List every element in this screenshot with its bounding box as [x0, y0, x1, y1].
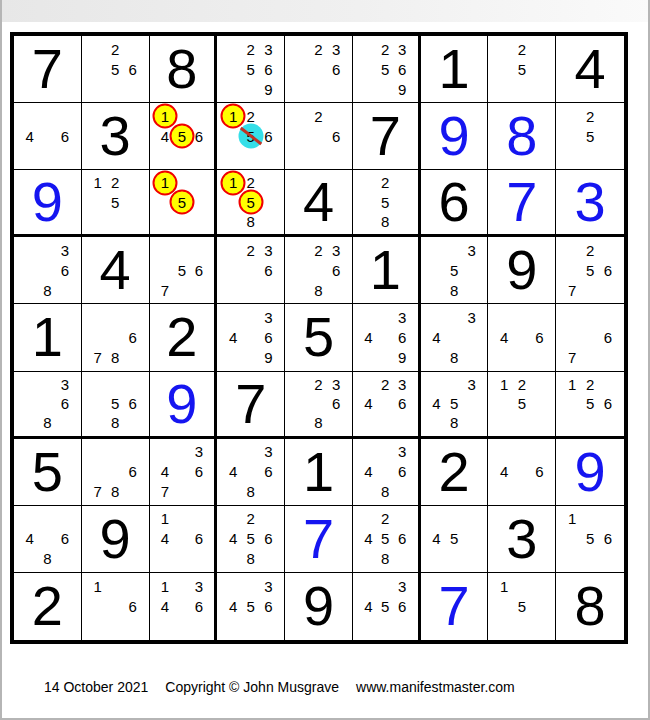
candidate-slot-2: [242, 576, 260, 596]
candidate-slot-3: [599, 240, 617, 260]
candidate-digit: 6: [398, 531, 406, 546]
candidate-slot-6: 6: [190, 529, 207, 549]
cell-r2c3[interactable]: 1456: [150, 103, 218, 170]
given-value: 2: [438, 444, 469, 500]
candidate-digit: 6: [195, 599, 203, 614]
candidate-slot-5: 5: [377, 529, 394, 549]
candidate-slot-1: [428, 307, 446, 327]
candidate-slot-8: [581, 146, 599, 166]
candidate-slot-7: [157, 212, 174, 231]
candidate-slot-9: [260, 212, 278, 231]
candidate-digit: 3: [264, 42, 272, 57]
candidate-digit: 6: [61, 531, 69, 546]
candidate-digit: 4: [26, 531, 34, 546]
candidate-digit: 7: [93, 484, 101, 499]
solved-value: 9: [166, 376, 197, 432]
candidate-digit: 4: [229, 330, 237, 345]
pencil-marks: 236: [217, 237, 284, 303]
given-value: 9: [303, 578, 334, 634]
cell-r1c7[interactable]: 1: [421, 36, 489, 103]
candidate-slot-8: [513, 348, 531, 368]
cell-r1c3[interactable]: 8: [150, 36, 218, 103]
cell-r2c4[interactable]: 1256: [217, 103, 285, 170]
candidate-slot-3: [599, 375, 617, 394]
candidate-digit: 3: [467, 377, 475, 392]
candidate-slot-4: [563, 327, 581, 347]
cell-r5c1[interactable]: 1: [14, 304, 82, 371]
candidate-digit: 4: [432, 396, 440, 411]
candidate-slot-7: [224, 348, 242, 368]
pencil-marks: 3456: [353, 573, 418, 640]
candidate-slot-1: [360, 576, 377, 596]
candidate-digit: 5: [381, 599, 389, 614]
candidate-slot-8: 8: [242, 549, 260, 569]
candidate-slot-2: [39, 509, 57, 529]
candidate-digit: 5: [586, 129, 594, 144]
candidate-slot-9: [394, 617, 411, 637]
candidate-slot-3: 3: [463, 240, 481, 260]
cell-r9c4[interactable]: 3456: [217, 573, 285, 640]
given-value: 7: [235, 376, 266, 432]
candidate-slot-2: 2: [242, 240, 260, 260]
candidate-digit: 4: [161, 464, 169, 479]
cell-r8c7[interactable]: 45: [421, 506, 489, 573]
cell-r9c5[interactable]: 9: [285, 573, 353, 640]
candidate-digit: 2: [247, 511, 255, 526]
cell-r4c4[interactable]: 236: [217, 237, 285, 304]
candidate-slot-9: [124, 212, 142, 231]
solved-value: 8: [506, 108, 537, 164]
candidate-slot-1: [292, 375, 310, 394]
cell-r2c5[interactable]: 26: [285, 103, 353, 170]
candidate-slot-9: 9: [394, 79, 411, 99]
cell-r9c2[interactable]: 16: [82, 573, 150, 640]
candidate-slot-4: 4: [21, 126, 39, 146]
candidate-slot-5: 5: [173, 193, 190, 212]
cell-r5c5[interactable]: 5: [285, 304, 353, 371]
candidate-slot-7: [495, 413, 513, 432]
cell-r4c1[interactable]: 368: [14, 237, 82, 304]
candidate-slot-4: [89, 462, 107, 482]
cell-r1c1[interactable]: 7: [14, 36, 82, 103]
candidate-digit: 5: [586, 531, 594, 546]
candidate-digit: 5: [518, 62, 526, 77]
candidate-digit: 4: [26, 129, 34, 144]
candidate-slot-2: [513, 442, 531, 462]
candidate-slot-3: 3: [260, 240, 278, 260]
candidate-slot-4: [157, 260, 174, 280]
candidate-slot-5: [173, 529, 190, 549]
candidate-slot-6: 6: [599, 394, 617, 413]
candidate-slot-7: [495, 348, 513, 368]
given-value: 6: [438, 174, 469, 230]
candidate-slot-8: [242, 280, 260, 300]
pencil-marks: 3458: [421, 372, 488, 436]
candidate-slot-3: 3: [260, 307, 278, 327]
given-value: 5: [303, 309, 334, 365]
candidate-digit: 6: [604, 263, 612, 278]
candidate-digit: 4: [161, 129, 169, 144]
candidate-slot-4: 4: [157, 529, 174, 549]
candidate-digit: 5: [381, 195, 389, 210]
candidate-slot-6: 6: [260, 529, 278, 549]
candidate-digit: 9: [398, 350, 406, 365]
candidate-digit: 1: [161, 175, 169, 190]
candidate-digit: 6: [61, 263, 69, 278]
cell-r5c3[interactable]: 2: [150, 304, 218, 371]
candidate-slot-4: [495, 59, 513, 79]
candidate-digit: 4: [500, 330, 508, 345]
candidate-slot-3: [599, 509, 617, 529]
cell-r5c7[interactable]: 348: [421, 304, 489, 371]
cell-r1c9[interactable]: 4: [556, 36, 624, 103]
cell-r8c1[interactable]: 468: [14, 506, 82, 573]
candidate-slot-4: [563, 529, 581, 549]
candidate-digit: 5: [586, 263, 594, 278]
candidate-slot-6: [463, 327, 481, 347]
candidate-slot-6: 6: [531, 327, 549, 347]
candidate-slot-8: [445, 549, 463, 569]
candidate-slot-5: [310, 394, 328, 413]
candidate-slot-7: [495, 79, 513, 99]
candidate-slot-6: [124, 193, 142, 212]
candidate-slot-2: [39, 240, 57, 260]
candidate-slot-6: 6: [260, 260, 278, 280]
candidate-slot-2: [106, 442, 124, 462]
candidate-slot-9: [394, 482, 411, 502]
cell-r6c3[interactable]: 9: [150, 372, 218, 439]
cell-r3c8[interactable]: 7: [488, 170, 556, 237]
pencil-marks: 2368: [285, 372, 352, 436]
candidate-slot-7: [224, 482, 242, 502]
cell-r3c4[interactable]: 1258: [217, 170, 285, 237]
candidate-slot-9: [124, 79, 142, 99]
candidate-slot-1: [428, 375, 446, 394]
pencil-marks: 1256: [217, 103, 284, 169]
given-value: 1: [32, 309, 63, 365]
candidate-slot-8: [513, 413, 531, 432]
cell-r6c6[interactable]: 2346: [353, 372, 421, 439]
candidate-slot-2: 2: [106, 173, 124, 192]
candidate-digit: 3: [467, 310, 475, 325]
cell-r7c8[interactable]: 46: [488, 439, 556, 506]
candidate-slot-9: [260, 549, 278, 569]
candidate-digit: 5: [247, 195, 255, 210]
candidate-slot-3: [531, 442, 549, 462]
candidate-slot-1: [428, 509, 446, 529]
candidate-digit: 4: [229, 464, 237, 479]
candidate-slot-8: [106, 617, 124, 637]
cell-r8c6[interactable]: 24568: [353, 506, 421, 573]
cell-r3c7[interactable]: 6: [421, 170, 489, 237]
candidate-slot-6: 6: [327, 59, 345, 79]
cell-r9c8[interactable]: 15: [488, 573, 556, 640]
pencil-marks: 567: [150, 237, 215, 303]
cell-r5c4[interactable]: 3469: [217, 304, 285, 371]
candidate-slot-8: [173, 212, 190, 231]
cell-r5c9[interactable]: 67: [556, 304, 624, 371]
cell-r1c4[interactable]: 23569: [217, 36, 285, 103]
candidate-slot-1: 1: [563, 375, 581, 394]
candidate-slot-8: [310, 146, 328, 166]
cell-r1c8[interactable]: 25: [488, 36, 556, 103]
cell-r6c9[interactable]: 1256: [556, 372, 624, 439]
candidate-slot-2: [242, 442, 260, 462]
cell-r9c3[interactable]: 1346: [150, 573, 218, 640]
candidate-slot-4: 4: [360, 327, 377, 347]
candidate-digit: 6: [129, 62, 137, 77]
candidate-slot-3: [531, 576, 549, 596]
candidate-slot-9: [394, 413, 411, 432]
cell-r7c5[interactable]: 1: [285, 439, 353, 506]
candidate-slot-7: [360, 348, 377, 368]
cell-r4c6[interactable]: 1: [353, 237, 421, 304]
cell-r4c2[interactable]: 4: [82, 237, 150, 304]
solved-value: 7: [438, 578, 469, 634]
cell-r7c7[interactable]: 2: [421, 439, 489, 506]
cell-r9c7[interactable]: 7: [421, 573, 489, 640]
pencil-marks: 26: [285, 103, 352, 169]
candidate-digit: 4: [432, 531, 440, 546]
candidate-slot-2: [39, 106, 57, 126]
cell-r9c1[interactable]: 2: [14, 573, 82, 640]
cell-r2c8[interactable]: 8: [488, 103, 556, 170]
candidate-slot-2: 2: [310, 375, 328, 394]
candidate-slot-9: [463, 413, 481, 432]
candidate-slot-3: [124, 442, 142, 462]
given-value: 4: [575, 41, 606, 97]
candidate-digit: 2: [111, 175, 119, 190]
cell-r3c1[interactable]: 9: [14, 170, 82, 237]
candidate-slot-5: 5: [445, 260, 463, 280]
pencil-marks: 3469: [217, 304, 284, 370]
candidate-slot-6: 6: [124, 462, 142, 482]
candidate-digit: 3: [195, 444, 203, 459]
candidate-digit: 4: [432, 330, 440, 345]
cell-r8c2[interactable]: 9: [82, 506, 150, 573]
candidate-slot-6: 6: [190, 596, 207, 616]
given-value: 8: [575, 578, 606, 634]
cell-r5c6[interactable]: 3469: [353, 304, 421, 371]
pencil-marks: 358: [421, 237, 488, 303]
pencil-marks: 678: [82, 439, 149, 505]
cell-r1c6[interactable]: 23569: [353, 36, 421, 103]
cell-r2c1[interactable]: 46: [14, 103, 82, 170]
candidate-digit: 3: [332, 243, 340, 258]
candidate-digit: 5: [450, 531, 458, 546]
cell-r2c9[interactable]: 25: [556, 103, 624, 170]
candidate-digit: 5: [586, 396, 594, 411]
candidate-digit: 2: [314, 377, 322, 392]
candidate-slot-7: 7: [89, 482, 107, 502]
candidate-slot-7: [428, 549, 446, 569]
candidate-digit: 6: [195, 129, 203, 144]
candidate-digit: 6: [129, 599, 137, 614]
candidate-slot-2: 2: [581, 375, 599, 394]
candidate-slot-8: 8: [310, 413, 328, 432]
cell-r3c2[interactable]: 125: [82, 170, 150, 237]
candidate-digit: 6: [398, 330, 406, 345]
cell-r8c8[interactable]: 3: [488, 506, 556, 573]
cell-r6c7[interactable]: 3458: [421, 372, 489, 439]
candidate-slot-9: [260, 280, 278, 300]
candidate-slot-6: 6: [394, 529, 411, 549]
cell-r4c7[interactable]: 358: [421, 237, 489, 304]
cell-r3c5[interactable]: 4: [285, 170, 353, 237]
cell-r1c5[interactable]: 236: [285, 36, 353, 103]
candidate-digit: 3: [61, 243, 69, 258]
candidate-slot-7: [89, 413, 107, 432]
cell-r2c2[interactable]: 3: [82, 103, 150, 170]
given-value: 1: [370, 242, 401, 298]
candidate-digit: 8: [381, 484, 389, 499]
candidate-slot-1: [224, 442, 242, 462]
candidate-slot-4: [224, 260, 242, 280]
cell-r8c5[interactable]: 7: [285, 506, 353, 573]
candidate-slot-1: [21, 106, 39, 126]
candidate-slot-2: [445, 509, 463, 529]
candidate-digit: 4: [161, 599, 169, 614]
candidate-slot-3: 3: [327, 39, 345, 59]
candidate-slot-1: [428, 240, 446, 260]
candidate-slot-6: 6: [327, 126, 345, 146]
candidate-digit: 5: [381, 531, 389, 546]
cell-r6c5[interactable]: 2368: [285, 372, 353, 439]
candidate-slot-5: 5: [106, 193, 124, 212]
candidate-slot-7: [157, 617, 174, 637]
cell-r1c2[interactable]: 256: [82, 36, 150, 103]
candidate-slot-8: 8: [242, 212, 260, 231]
candidate-slot-8: 8: [39, 549, 57, 569]
cell-r7c1[interactable]: 5: [14, 439, 82, 506]
candidate-digit: 8: [111, 350, 119, 365]
pencil-marks: 3467: [150, 439, 215, 505]
cell-r3c6[interactable]: 258: [353, 170, 421, 237]
candidate-digit: 4: [364, 396, 372, 411]
cell-r8c3[interactable]: 146: [150, 506, 218, 573]
candidate-digit: 2: [381, 511, 389, 526]
cell-r9c6[interactable]: 3456: [353, 573, 421, 640]
candidate-slot-3: 3: [394, 39, 411, 59]
cell-r5c8[interactable]: 46: [488, 304, 556, 371]
pencil-marks: 3468: [217, 439, 284, 505]
candidate-digit: 6: [535, 330, 543, 345]
cell-r7c9[interactable]: 9: [556, 439, 624, 506]
candidate-slot-7: 7: [157, 280, 174, 300]
candidate-slot-3: 3: [260, 39, 278, 59]
candidate-digit: 3: [332, 377, 340, 392]
candidate-digit: 2: [381, 377, 389, 392]
candidate-digit: 2: [247, 109, 255, 124]
cell-r4c3[interactable]: 567: [150, 237, 218, 304]
candidate-digit: 7: [161, 283, 169, 298]
candidate-slot-9: [124, 617, 142, 637]
candidate-slot-5: [310, 260, 328, 280]
candidate-slot-4: 4: [495, 462, 513, 482]
candidate-slot-5: [377, 394, 394, 413]
cell-r6c8[interactable]: 125: [488, 372, 556, 439]
cell-r6c1[interactable]: 368: [14, 372, 82, 439]
cell-r6c2[interactable]: 568: [82, 372, 150, 439]
cell-r4c8[interactable]: 9: [488, 237, 556, 304]
pencil-marks: 368: [14, 237, 81, 303]
candidate-slot-1: [292, 39, 310, 59]
cell-r7c6[interactable]: 3468: [353, 439, 421, 506]
candidate-slot-1: [157, 442, 174, 462]
cell-r9c9[interactable]: 8: [556, 573, 624, 640]
pencil-marks: 2346: [353, 372, 418, 436]
candidate-slot-3: 3: [327, 375, 345, 394]
candidate-slot-2: 2: [106, 39, 124, 59]
candidate-slot-2: 2: [581, 240, 599, 260]
cell-r2c6[interactable]: 7: [353, 103, 421, 170]
candidate-slot-2: 2: [513, 375, 531, 394]
cell-r7c2[interactable]: 678: [82, 439, 150, 506]
candidate-digit: 3: [61, 377, 69, 392]
candidate-slot-1: 1: [157, 106, 174, 126]
cell-r8c4[interactable]: 24568: [217, 506, 285, 573]
pencil-marks: 24568: [217, 506, 284, 572]
candidate-digit: 6: [264, 263, 272, 278]
candidate-slot-9: [56, 280, 74, 300]
candidate-slot-3: 3: [56, 240, 74, 260]
candidate-slot-2: [377, 307, 394, 327]
candidate-slot-3: [531, 375, 549, 394]
candidate-slot-6: 6: [260, 596, 278, 616]
candidate-slot-4: 4: [157, 596, 174, 616]
candidate-slot-2: [445, 307, 463, 327]
candidate-slot-1: [89, 375, 107, 394]
given-value: 7: [370, 108, 401, 164]
candidate-slot-1: [224, 307, 242, 327]
candidate-slot-2: 2: [377, 173, 394, 192]
candidate-digit: 5: [178, 263, 186, 278]
candidate-digit: 2: [518, 377, 526, 392]
candidate-digit: 3: [195, 579, 203, 594]
cell-r4c5[interactable]: 2368: [285, 237, 353, 304]
candidate-slot-3: [260, 106, 278, 126]
candidate-slot-5: 5: [377, 59, 394, 79]
candidate-slot-8: 8: [39, 280, 57, 300]
cell-r4c9[interactable]: 2567: [556, 237, 624, 304]
cell-r6c4[interactable]: 7: [217, 372, 285, 439]
candidate-digit: 5: [247, 62, 255, 77]
candidate-slot-9: [599, 348, 617, 368]
candidate-slot-7: [224, 549, 242, 569]
cell-r8c9[interactable]: 156: [556, 506, 624, 573]
candidate-slot-5: [39, 260, 57, 280]
candidate-slot-7: [495, 617, 513, 637]
candidate-digit: 8: [450, 283, 458, 298]
cell-r7c4[interactable]: 3468: [217, 439, 285, 506]
cell-r2c7[interactable]: 9: [421, 103, 489, 170]
cell-r3c9[interactable]: 3: [556, 170, 624, 237]
candidate-slot-9: [531, 617, 549, 637]
pencil-marks: 23569: [217, 36, 284, 102]
candidate-slot-8: 8: [445, 280, 463, 300]
cell-r3c3[interactable]: 15: [150, 170, 218, 237]
candidate-digit: 3: [264, 310, 272, 325]
candidate-slot-2: [39, 375, 57, 394]
candidate-slot-1: [360, 173, 377, 192]
candidate-slot-5: [445, 327, 463, 347]
pencil-marks: 15: [488, 573, 555, 640]
cell-r7c3[interactable]: 3467: [150, 439, 218, 506]
cell-r5c2[interactable]: 678: [82, 304, 150, 371]
pencil-marks: 46: [488, 439, 555, 505]
given-value: 8: [166, 41, 197, 97]
candidate-digit: 2: [247, 42, 255, 57]
